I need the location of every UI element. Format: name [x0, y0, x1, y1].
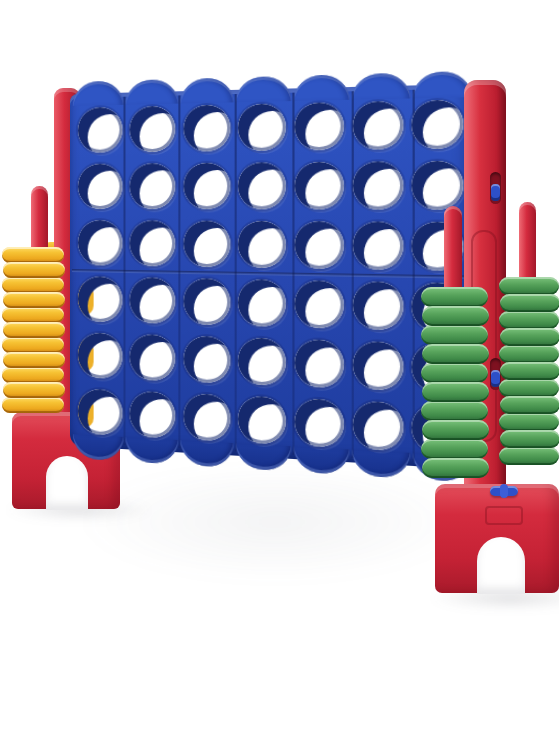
green-disc — [422, 344, 489, 364]
board-hole — [352, 221, 403, 270]
green-disc — [422, 420, 489, 440]
yellow-disc — [2, 247, 64, 263]
board-cell — [348, 275, 407, 336]
board-cell — [74, 214, 126, 271]
board-cell — [407, 93, 468, 155]
green-disc — [421, 325, 488, 345]
yellow-disc — [3, 382, 65, 398]
board-hole — [412, 160, 464, 209]
board-hole — [183, 220, 230, 267]
product-photo — [0, 0, 559, 750]
stored-disc-glimpse — [78, 395, 94, 428]
board-cell — [291, 155, 349, 215]
stack-right-back-green — [499, 278, 559, 465]
green-disc — [499, 277, 559, 295]
yellow-disc — [2, 337, 64, 353]
board-cell — [126, 157, 179, 214]
board-hole — [78, 276, 123, 322]
board-hole — [130, 105, 176, 152]
board-cell — [126, 271, 179, 329]
green-disc — [422, 382, 489, 402]
green-disc — [499, 345, 559, 363]
board-hole — [238, 220, 286, 268]
green-disc — [500, 430, 559, 448]
board-hole — [78, 163, 123, 209]
board-cell — [126, 99, 179, 157]
green-disc — [500, 294, 559, 312]
board-cell — [126, 214, 179, 272]
board-cell — [126, 384, 179, 444]
board-cell — [348, 155, 407, 215]
blue-wing-knob — [490, 486, 518, 496]
green-disc — [500, 328, 559, 346]
board-cell — [180, 387, 235, 448]
yellow-disc — [3, 262, 65, 278]
board-hole — [295, 338, 344, 387]
yellow-disc — [2, 367, 64, 383]
green-disc — [422, 306, 489, 326]
yellow-disc — [2, 277, 64, 293]
board-cell — [74, 157, 126, 214]
board-cell — [291, 391, 349, 453]
right-leg — [435, 484, 559, 593]
board-cell — [180, 272, 235, 331]
board-hole — [183, 104, 230, 151]
board-hole — [238, 103, 286, 151]
green-disc — [499, 311, 559, 329]
stack-right-front-green — [421, 288, 488, 478]
blue-peg-upper — [491, 184, 500, 201]
board-hole — [183, 162, 230, 209]
board — [70, 84, 475, 470]
left-storage-pole — [31, 186, 48, 252]
board-cell — [180, 156, 235, 214]
right-leg-arch-cutout — [477, 537, 525, 594]
board-hole — [130, 390, 176, 438]
board-hole — [130, 333, 176, 381]
board-cell — [291, 215, 349, 275]
board-hole — [183, 278, 230, 326]
board-cell — [126, 328, 179, 387]
green-disc — [422, 458, 489, 478]
green-disc — [500, 362, 559, 380]
board-hole — [352, 161, 403, 210]
board-cell — [291, 274, 349, 335]
board-hole — [295, 221, 344, 269]
green-disc — [499, 413, 559, 431]
embossed-logo-plate — [485, 506, 523, 525]
board-hole — [352, 400, 403, 451]
board-hole — [295, 161, 344, 209]
board-cell — [234, 215, 290, 274]
board-cell — [74, 101, 126, 158]
board-cell — [180, 98, 235, 157]
board-hole — [183, 335, 230, 383]
board-cell — [348, 215, 407, 276]
yellow-disc — [2, 397, 64, 413]
yellow-disc — [3, 322, 65, 338]
board-cell — [348, 394, 407, 457]
left-leg-arch-cutout — [46, 456, 88, 510]
board-hole — [130, 220, 176, 266]
board-cell — [348, 334, 407, 396]
board-cell — [74, 382, 126, 441]
board-hole — [238, 279, 286, 327]
right-back-storage-pole — [519, 202, 536, 286]
board-hole — [78, 332, 123, 379]
board-holes — [74, 93, 468, 461]
board-hole — [238, 337, 286, 386]
board-hole — [352, 281, 403, 330]
board-hole — [295, 397, 344, 447]
ground-shadow-center — [60, 468, 490, 588]
green-disc — [500, 396, 559, 414]
board-cell — [180, 329, 235, 389]
board-hole — [295, 280, 344, 329]
yellow-disc — [3, 352, 65, 368]
green-disc — [421, 363, 488, 383]
green-disc — [499, 447, 559, 465]
yellow-disc — [2, 307, 64, 323]
stack-left-yellow — [2, 248, 64, 413]
board-cell — [234, 156, 290, 215]
board-cell — [348, 94, 407, 155]
board-cell — [234, 273, 290, 333]
stored-disc-glimpse — [78, 339, 94, 372]
board-cell — [291, 333, 349, 394]
yellow-disc — [3, 292, 65, 308]
board-hole — [78, 106, 123, 152]
right-front-storage-pole — [444, 206, 462, 296]
stored-disc-glimpse — [78, 283, 94, 316]
board-cell — [180, 214, 235, 272]
board-hole — [183, 393, 230, 442]
board-cell — [234, 97, 290, 156]
green-disc — [421, 287, 488, 307]
board-hole — [412, 99, 464, 149]
board-cell — [291, 96, 349, 156]
green-disc — [421, 439, 488, 459]
board-cell — [74, 326, 126, 384]
board-hole — [238, 162, 286, 209]
board-hole — [78, 388, 123, 436]
board-hole — [78, 220, 123, 266]
board-cell — [407, 154, 468, 215]
green-disc — [421, 401, 488, 421]
board-cell — [234, 331, 290, 392]
green-disc — [499, 379, 559, 397]
board-hole — [352, 100, 403, 149]
board-hole — [295, 102, 344, 150]
board-cell — [74, 270, 126, 328]
board-hole — [352, 340, 403, 390]
board-hole — [130, 163, 176, 209]
board-hole — [238, 395, 286, 444]
board-hole — [130, 277, 176, 324]
board-cell — [234, 389, 290, 450]
